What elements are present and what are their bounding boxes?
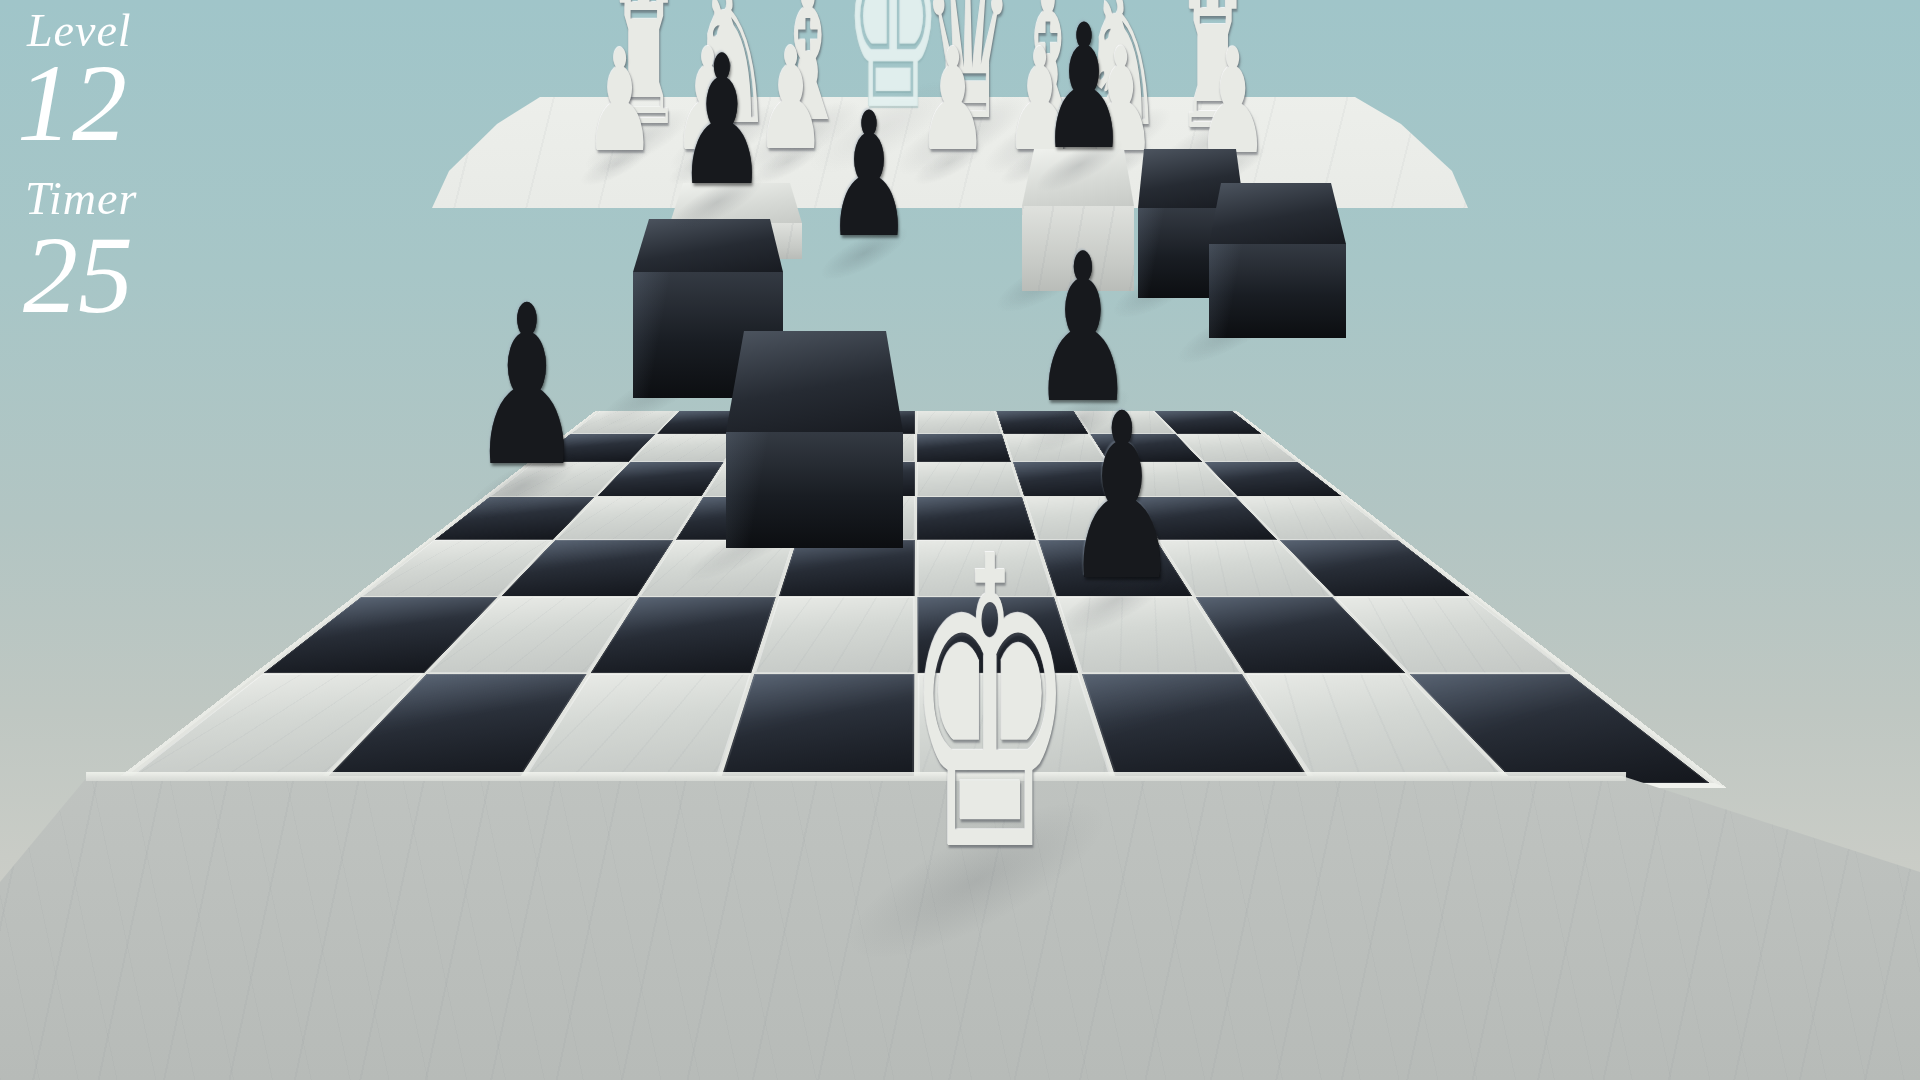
pieces-layer: ♜♞♝♚♛♝♞♜♟♟♟♟♟♟♟♟♟♟♟♟♟♚ (0, 0, 1920, 1080)
game-viewport: ♜♞♝♚♛♝♞♜♟♟♟♟♟♟♟♟♟♟♟♟♟♚ Level 12 Timer 25 (0, 0, 1920, 1080)
black-pawn-g1-on-cube[interactable]: ♟ (1041, 2, 1127, 174)
black-cube-d4-front-face (726, 432, 903, 548)
black-pawn-b4[interactable]: ♟ (472, 276, 583, 497)
black-pawn-d1[interactable]: ♟ (826, 90, 912, 262)
timer-value: 25 (23, 212, 133, 339)
black-cube-h2-top-face (1209, 183, 1346, 244)
level-value: 12 (17, 40, 127, 167)
white-pawn-far-a: ♟ (585, 31, 656, 172)
white-pawn-far-e: ♟ (918, 30, 989, 171)
white-king[interactable]: ♚ (906, 506, 1075, 907)
black-pawn-b1-on-cube[interactable]: ♟ (677, 32, 767, 211)
black-cube-d4-top-face (726, 331, 903, 432)
black-pawn-f6[interactable]: ♟ (1065, 383, 1180, 612)
black-cube-h2-front-face (1209, 244, 1346, 338)
